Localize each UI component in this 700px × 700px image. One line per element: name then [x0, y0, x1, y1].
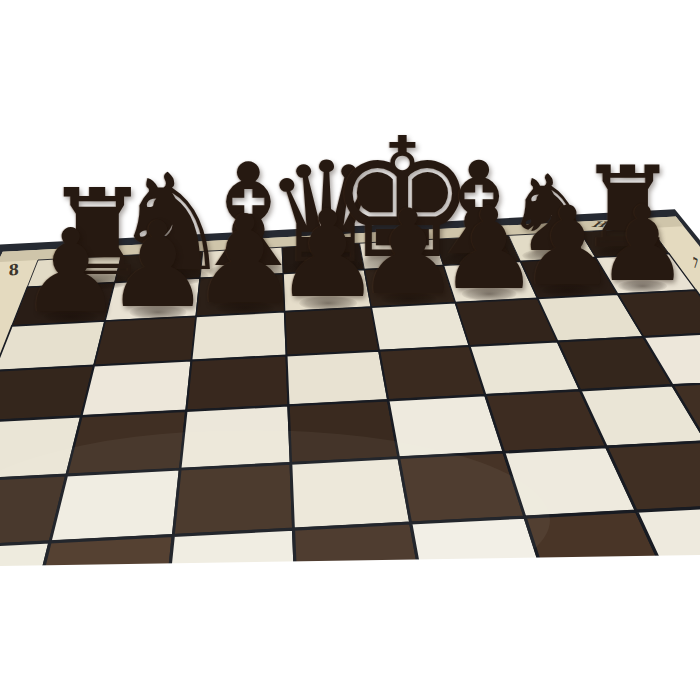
coord-right-7: 7: [693, 253, 698, 273]
square-a5: [0, 366, 94, 422]
square-b6: [94, 316, 196, 365]
photo-bottom-crop: [0, 555, 700, 700]
coord-left-8: 8: [8, 260, 19, 279]
square-b8: [115, 251, 203, 282]
square-d7: [283, 270, 371, 312]
square-c5: [186, 356, 288, 411]
square-d5: [287, 351, 389, 406]
square-e5: [379, 346, 485, 400]
square-d8: [282, 243, 364, 274]
square-e8: [360, 239, 444, 269]
square-d6: [285, 307, 380, 355]
square-c8: [200, 247, 283, 278]
square-c6: [192, 312, 287, 361]
chess-board: 87H7: [0, 0, 700, 700]
square-a6: [0, 321, 105, 371]
square-e7: [364, 265, 455, 307]
square-b7: [105, 278, 200, 321]
square-c7: [196, 274, 285, 317]
square-e6: [371, 303, 469, 351]
product-photo-canvas: 87H7 ♜♞♝♛♚♝♞♜♟♟♟♟♟♟♟♟ Wooden folding che…: [0, 0, 700, 700]
square-a7: [12, 283, 115, 326]
square-f8: [435, 235, 521, 265]
square-b5: [81, 361, 191, 417]
